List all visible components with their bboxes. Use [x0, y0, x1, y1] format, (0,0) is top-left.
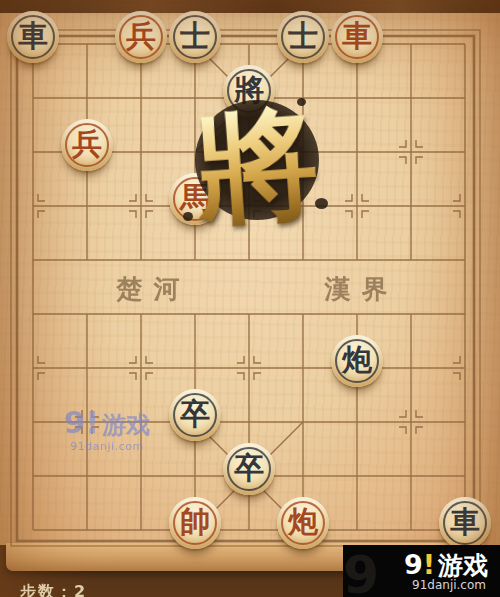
ink-dot — [183, 212, 193, 221]
xiangqi-game-screen: 楚河 漢界 9!游戏 91danji.com 車兵士士車將兵馬炮卒卒帥炮車 將 … — [0, 0, 500, 597]
piece-black-chariot-b[interactable]: 車 — [439, 497, 491, 549]
piece-glyph: 車 — [450, 507, 480, 537]
footer-url: 91danji.com — [412, 578, 486, 592]
piece-red-cannon[interactable]: 炮 — [277, 497, 329, 549]
piece-glyph: 車 — [18, 21, 48, 51]
piece-glyph: 士 — [180, 21, 210, 51]
watermark-url: 91danji.com — [64, 440, 151, 453]
piece-glyph: 炮 — [288, 507, 318, 537]
move-counter: 步数：2 — [20, 582, 87, 597]
table-background-top — [0, 0, 500, 13]
piece-black-advisor-b[interactable]: 士 — [277, 11, 329, 63]
piece-glyph: 卒 — [234, 453, 264, 483]
check-character-gold: 將 — [192, 100, 322, 230]
footer-brand-bar: 9 9!游戏 91danji.com — [343, 545, 500, 597]
piece-glyph: 炮 — [342, 345, 372, 375]
piece-red-general[interactable]: 帥 — [169, 497, 221, 549]
river-label-chu: 楚河 — [106, 272, 191, 307]
piece-glyph: 卒 — [180, 399, 210, 429]
watermark-91games: 9!游戏 91danji.com — [64, 407, 151, 453]
piece-glyph: 車 — [342, 21, 372, 51]
piece-glyph: 士 — [288, 21, 318, 51]
piece-glyph: 帥 — [180, 507, 210, 537]
piece-black-advisor-a[interactable]: 士 — [169, 11, 221, 63]
piece-black-cannon[interactable]: 炮 — [331, 335, 383, 387]
piece-glyph: 兵 — [72, 129, 102, 159]
piece-black-soldier-b[interactable]: 卒 — [223, 443, 275, 495]
piece-black-soldier-a[interactable]: 卒 — [169, 389, 221, 441]
footer-ghost-nine: 9 — [343, 549, 379, 597]
piece-red-soldier-a[interactable]: 兵 — [115, 11, 167, 63]
watermark-logo: 9!游戏 — [64, 407, 151, 438]
river-label-han: 漢界 — [314, 272, 399, 307]
piece-black-chariot-a[interactable]: 車 — [7, 11, 59, 63]
piece-red-soldier-b[interactable]: 兵 — [61, 119, 113, 171]
piece-glyph: 兵 — [126, 21, 156, 51]
piece-red-chariot[interactable]: 車 — [331, 11, 383, 63]
